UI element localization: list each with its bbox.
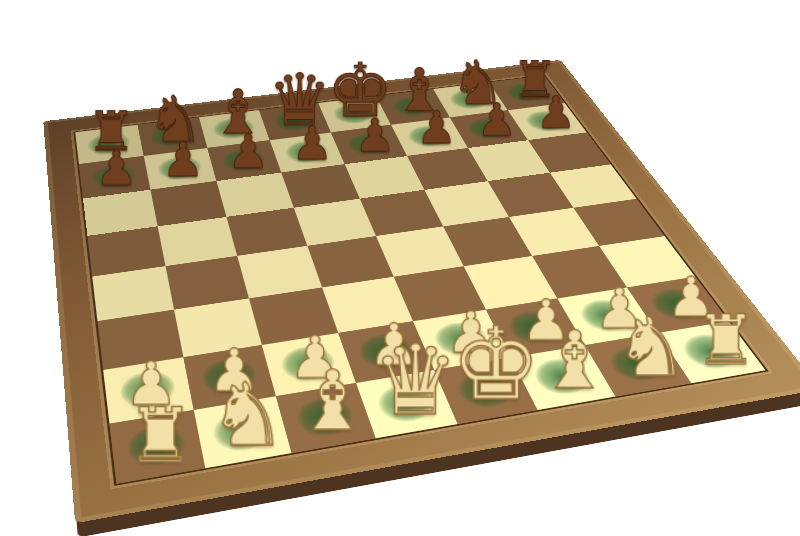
chess-board: ♜♞♝♛♚♝♞♜♟♟♟♟♟♟♟♟♟♟♟♟♟♟♟♟♜♞♝♛♚♝♞♜ — [43, 60, 800, 523]
white-knight-g1[interactable]: ♞ — [615, 309, 688, 386]
black-pawn-e7[interactable]: ♟ — [354, 114, 395, 157]
square-b1[interactable]: ♞ — [194, 396, 292, 468]
square-c5[interactable] — [226, 208, 307, 256]
white-bishop-c1[interactable]: ♝ — [295, 362, 370, 441]
white-rook-a1[interactable]: ♜ — [127, 400, 195, 472]
square-c4[interactable] — [237, 246, 322, 299]
square-a1[interactable]: ♜ — [110, 410, 206, 484]
white-knight-b1[interactable]: ♞ — [209, 374, 287, 457]
black-pawn-d7[interactable]: ♟ — [292, 122, 333, 166]
white-queen-d1[interactable]: ♛ — [372, 335, 459, 427]
black-pawn-f7[interactable]: ♟ — [416, 107, 457, 150]
square-b6[interactable] — [150, 181, 226, 226]
square-e6[interactable] — [345, 156, 425, 199]
square-a6[interactable] — [83, 190, 158, 236]
white-rook-h1[interactable]: ♜ — [695, 307, 757, 373]
product-photo-canvas: ♜♞♝♛♚♝♞♜♟♟♟♟♟♟♟♟♟♟♟♟♟♟♟♟♜♞♝♛♚♝♞♜ — [0, 0, 800, 536]
square-c1[interactable]: ♝ — [276, 383, 376, 453]
square-d1[interactable]: ♛ — [356, 370, 458, 438]
black-pawn-h7[interactable]: ♟ — [536, 92, 576, 134]
square-b7[interactable]: ♟ — [144, 148, 217, 190]
black-pawn-g7[interactable]: ♟ — [477, 99, 517, 142]
white-king-e1[interactable]: ♚ — [451, 318, 541, 413]
white-bishop-f1[interactable]: ♝ — [539, 323, 611, 399]
black-pawn-a7[interactable]: ♟ — [95, 146, 138, 191]
black-pawn-b7[interactable]: ♟ — [162, 138, 204, 183]
black-pawn-c7[interactable]: ♟ — [227, 130, 269, 174]
